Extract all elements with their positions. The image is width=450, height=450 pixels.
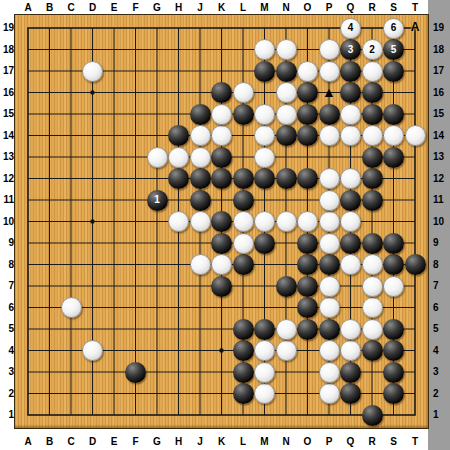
stone-black-R13 xyxy=(362,147,383,168)
stone-white-R17 xyxy=(362,61,383,82)
coord-top-Q: Q xyxy=(340,1,362,14)
coord-right-1: 1 xyxy=(431,404,447,426)
stone-white-Q4 xyxy=(340,340,361,361)
stone-black-K10 xyxy=(211,211,232,232)
coord-left-19: 19 xyxy=(1,17,14,39)
coord-bottom-D: D xyxy=(82,435,104,448)
coord-top-G: G xyxy=(146,1,168,14)
coord-bottom-C: C xyxy=(60,435,82,448)
coord-right-7: 7 xyxy=(431,275,447,297)
stone-white-O10 xyxy=(297,211,318,232)
coord-right-10: 10 xyxy=(431,211,447,233)
stone-white-K15 xyxy=(211,104,232,125)
stone-white-H10 xyxy=(168,211,189,232)
top-coordinates: ABCDEFGHJKLMNOPQRST xyxy=(17,1,426,14)
coord-left-6: 6 xyxy=(1,297,14,319)
stone-black-Q17 xyxy=(340,61,361,82)
stone-black-Q2 xyxy=(340,383,361,404)
coord-top-D: D xyxy=(82,1,104,14)
stone-white-R7 xyxy=(362,276,383,297)
stone-white-M2 xyxy=(254,383,275,404)
coord-bottom-N: N xyxy=(275,435,297,448)
coord-bottom-K: K xyxy=(211,435,233,448)
coord-top-H: H xyxy=(168,1,190,14)
stone-white-P3 xyxy=(319,362,340,383)
stone-black-J15 xyxy=(190,104,211,125)
stone-black-O12 xyxy=(297,168,318,189)
coord-left-16: 16 xyxy=(1,82,14,104)
coord-left-7: 7 xyxy=(1,275,14,297)
stone-black-P15 xyxy=(319,104,340,125)
coord-bottom-E: E xyxy=(103,435,125,448)
stone-white-R5 xyxy=(362,319,383,340)
right-coordinates: 19181716151413121110987654321 xyxy=(431,17,447,426)
stone-white-L9 xyxy=(233,233,254,254)
coord-left-9: 9 xyxy=(1,232,14,254)
stone-black-R9 xyxy=(362,233,383,254)
coord-left-15: 15 xyxy=(1,103,14,125)
coord-top-M: M xyxy=(254,1,276,14)
coord-top-B: B xyxy=(39,1,61,14)
stone-white-M4 xyxy=(254,340,275,361)
coord-left-14: 14 xyxy=(1,125,14,147)
stone-black-S8 xyxy=(383,254,404,275)
stone-white-P17 xyxy=(319,61,340,82)
coord-bottom-G: G xyxy=(146,435,168,448)
stone-black-G11: 1 xyxy=(147,190,168,211)
stone-black-R15 xyxy=(362,104,383,125)
stone-black-K7 xyxy=(211,276,232,297)
stone-white-L10 xyxy=(233,211,254,232)
stone-black-S15 xyxy=(383,104,404,125)
coord-right-19: 19 xyxy=(431,17,447,39)
coord-top-L: L xyxy=(232,1,254,14)
stone-white-N4 xyxy=(276,340,297,361)
bottom-coordinates: ABCDEFGHJKLMNOPQRST xyxy=(17,435,426,448)
coord-bottom-H: H xyxy=(168,435,190,448)
stone-black-N17 xyxy=(276,61,297,82)
coord-right-5: 5 xyxy=(431,318,447,340)
stone-white-P2 xyxy=(319,383,340,404)
coord-bottom-S: S xyxy=(383,435,405,448)
coord-bottom-P: P xyxy=(318,435,340,448)
stone-black-M17 xyxy=(254,61,275,82)
coord-bottom-Q: Q xyxy=(340,435,362,448)
coord-right-15: 15 xyxy=(431,103,447,125)
stone-white-D17 xyxy=(82,61,103,82)
stone-white-K8 xyxy=(211,254,232,275)
coord-top-J: J xyxy=(189,1,211,14)
coord-right-9: 9 xyxy=(431,232,447,254)
stone-black-L12 xyxy=(233,168,254,189)
stone-black-L8 xyxy=(233,254,254,275)
coord-bottom-M: M xyxy=(254,435,276,448)
coord-left-11: 11 xyxy=(1,189,14,211)
stone-white-M10 xyxy=(254,211,275,232)
coord-top-A: A xyxy=(17,1,39,14)
stone-black-Q11 xyxy=(340,190,361,211)
stone-white-Q5 xyxy=(340,319,361,340)
coord-right-3: 3 xyxy=(431,361,447,383)
stone-white-R8 xyxy=(362,254,383,275)
coord-top-S: S xyxy=(383,1,405,14)
goban[interactable]: 135426▲A xyxy=(14,14,429,429)
coord-bottom-L: L xyxy=(232,435,254,448)
stone-white-D4 xyxy=(82,340,103,361)
stone-white-R6 xyxy=(362,297,383,318)
coord-bottom-A: A xyxy=(17,435,39,448)
stone-white-P10 xyxy=(319,211,340,232)
stone-black-K16 xyxy=(211,82,232,103)
stone-black-S4 xyxy=(383,340,404,361)
coord-top-O: O xyxy=(297,1,319,14)
left-coordinates: 19181716151413121110987654321 xyxy=(1,17,14,426)
stone-white-M18 xyxy=(254,39,275,60)
stone-black-S13 xyxy=(383,147,404,168)
stone-black-Q3 xyxy=(340,362,361,383)
stone-white-M13 xyxy=(254,147,275,168)
stone-white-T14 xyxy=(405,125,426,146)
stone-white-N16 xyxy=(276,82,297,103)
stone-black-R11 xyxy=(362,190,383,211)
coord-left-4: 4 xyxy=(1,340,14,362)
coord-bottom-T: T xyxy=(404,435,426,448)
stone-white-R18: 2 xyxy=(362,39,383,60)
stone-black-Q9 xyxy=(340,233,361,254)
stone-white-Q19: 4 xyxy=(340,18,361,39)
stone-white-S19: 6 xyxy=(383,18,404,39)
stone-white-C6 xyxy=(61,297,82,318)
coord-right-6: 6 xyxy=(431,297,447,319)
stone-white-K14 xyxy=(211,125,232,146)
stone-black-L4 xyxy=(233,340,254,361)
stone-white-S14 xyxy=(383,125,404,146)
stone-black-M9 xyxy=(254,233,275,254)
coord-left-2: 2 xyxy=(1,383,14,405)
stone-white-Q12 xyxy=(340,168,361,189)
stone-black-O5 xyxy=(297,319,318,340)
stone-white-M14 xyxy=(254,125,275,146)
coord-right-8: 8 xyxy=(431,254,447,276)
coord-left-12: 12 xyxy=(1,168,14,190)
coord-right-4: 4 xyxy=(431,340,447,362)
stone-black-R1 xyxy=(362,405,383,426)
stone-black-L11 xyxy=(233,190,254,211)
stone-white-P11 xyxy=(319,190,340,211)
stone-black-O14 xyxy=(297,125,318,146)
stone-black-R12 xyxy=(362,168,383,189)
coord-left-8: 8 xyxy=(1,254,14,276)
coord-right-2: 2 xyxy=(431,383,447,405)
stone-white-P4 xyxy=(319,340,340,361)
coord-top-C: C xyxy=(60,1,82,14)
stone-black-L2 xyxy=(233,383,254,404)
coord-left-17: 17 xyxy=(1,60,14,82)
stone-white-N15 xyxy=(276,104,297,125)
stone-white-J10 xyxy=(190,211,211,232)
stone-white-J14 xyxy=(190,125,211,146)
go-board-diagram: ABCDEFGHJKLMNOPQRST ABCDEFGHJKLMNOPQRST … xyxy=(0,0,450,450)
stone-black-K13 xyxy=(211,147,232,168)
stone-black-P5 xyxy=(319,319,340,340)
coord-right-13: 13 xyxy=(431,146,447,168)
coord-bottom-J: J xyxy=(189,435,211,448)
coord-right-18: 18 xyxy=(431,39,447,61)
stone-black-S17 xyxy=(383,61,404,82)
stone-black-O9 xyxy=(297,233,318,254)
stone-black-H12 xyxy=(168,168,189,189)
stone-black-S3 xyxy=(383,362,404,383)
stone-white-N18 xyxy=(276,39,297,60)
stone-white-P14 xyxy=(319,125,340,146)
stone-white-J13 xyxy=(190,147,211,168)
coord-left-13: 13 xyxy=(1,146,14,168)
stone-white-R14 xyxy=(362,125,383,146)
stone-white-N5 xyxy=(276,319,297,340)
coord-bottom-F: F xyxy=(125,435,147,448)
stone-black-K12 xyxy=(211,168,232,189)
stone-black-S18: 5 xyxy=(383,39,404,60)
coord-bottom-B: B xyxy=(39,435,61,448)
coord-top-T: T xyxy=(404,1,426,14)
stone-black-O7 xyxy=(297,276,318,297)
stone-black-Q16 xyxy=(340,82,361,103)
stone-black-N12 xyxy=(276,168,297,189)
coord-left-10: 10 xyxy=(1,211,14,233)
stone-black-O6 xyxy=(297,297,318,318)
stone-black-Q18: 3 xyxy=(340,39,361,60)
stone-black-M12 xyxy=(254,168,275,189)
coord-top-F: F xyxy=(125,1,147,14)
stone-white-N10 xyxy=(276,211,297,232)
coord-bottom-O: O xyxy=(297,435,319,448)
stone-black-S9 xyxy=(383,233,404,254)
coord-bottom-R: R xyxy=(361,435,383,448)
coord-top-K: K xyxy=(211,1,233,14)
stone-black-T8 xyxy=(405,254,426,275)
stone-white-L16 xyxy=(233,82,254,103)
stone-black-O8 xyxy=(297,254,318,275)
stone-black-R16 xyxy=(362,82,383,103)
coord-left-18: 18 xyxy=(1,39,14,61)
coord-top-E: E xyxy=(103,1,125,14)
coord-right-14: 14 xyxy=(431,125,447,147)
stone-black-O16 xyxy=(297,82,318,103)
stone-black-N14 xyxy=(276,125,297,146)
stone-black-M5 xyxy=(254,319,275,340)
stone-black-L3 xyxy=(233,362,254,383)
stone-white-Q15 xyxy=(340,104,361,125)
stone-white-M3 xyxy=(254,362,275,383)
coord-right-11: 11 xyxy=(431,189,447,211)
stone-white-P6 xyxy=(319,297,340,318)
stone-white-J8 xyxy=(190,254,211,275)
stone-black-J11 xyxy=(190,190,211,211)
stone-white-P12 xyxy=(319,168,340,189)
stone-black-J12 xyxy=(190,168,211,189)
stone-white-H13 xyxy=(168,147,189,168)
stone-black-P8 xyxy=(319,254,340,275)
stone-black-F3 xyxy=(125,362,146,383)
coord-right-12: 12 xyxy=(431,168,447,190)
coord-top-N: N xyxy=(275,1,297,14)
stone-black-L15 xyxy=(233,104,254,125)
coord-right-17: 17 xyxy=(431,60,447,82)
stone-white-Q14 xyxy=(340,125,361,146)
stone-white-O17 xyxy=(297,61,318,82)
stone-black-L5 xyxy=(233,319,254,340)
stone-white-S7 xyxy=(383,276,404,297)
stone-white-P7 xyxy=(319,276,340,297)
stone-white-G13 xyxy=(147,147,168,168)
triangle-marker: ▲ xyxy=(318,82,340,104)
stone-black-K9 xyxy=(211,233,232,254)
stone-white-Q8 xyxy=(340,254,361,275)
stone-white-P9 xyxy=(319,233,340,254)
stone-white-Q10 xyxy=(340,211,361,232)
stone-black-N7 xyxy=(276,276,297,297)
stone-black-H14 xyxy=(168,125,189,146)
stone-black-R4 xyxy=(362,340,383,361)
stone-black-S5 xyxy=(383,319,404,340)
coord-top-R: R xyxy=(361,1,383,14)
coord-left-1: 1 xyxy=(1,404,14,426)
stone-white-P18 xyxy=(319,39,340,60)
coord-right-16: 16 xyxy=(431,82,447,104)
coord-top-P: P xyxy=(318,1,340,14)
stones-grid: 135426▲A xyxy=(17,17,426,426)
coord-left-3: 3 xyxy=(1,361,14,383)
stone-black-S2 xyxy=(383,383,404,404)
stone-white-M15 xyxy=(254,104,275,125)
point-label-A: A xyxy=(404,17,426,39)
stone-black-O15 xyxy=(297,104,318,125)
coord-left-5: 5 xyxy=(1,318,14,340)
